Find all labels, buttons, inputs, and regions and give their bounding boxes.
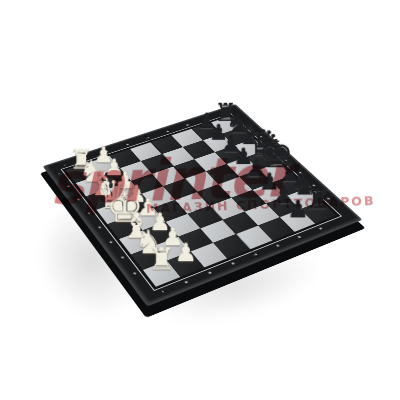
black-bishop-icon: ♝: [275, 155, 304, 185]
piece-black-rook: ♜: [202, 77, 250, 124]
white-pawn-icon: ♟: [94, 145, 114, 165]
white-rook-icon: ♜: [70, 149, 94, 173]
board-playfield: ♜♟♟♜♞♟♟♞♝♟♟♝♛♟♟♛♚♟♟♚♝♟♟♝♞♟♟♞♜♟♟♜: [61, 113, 342, 291]
black-rook-icon: ♜: [215, 102, 237, 125]
product-photo-scene: ♜♟♟♜♞♟♟♞♝♟♟♝♛♟♟♛♚♟♟♚♝♟♟♝♞♟♟♞♜♟♟♜: [0, 0, 400, 400]
board-frame: ♜♟♟♜♞♟♟♞♝♟♟♝♛♟♟♛♚♟♟♚♝♟♟♝♞♟♟♞♜♟♟♜: [45, 105, 359, 304]
chess-board: ♜♟♟♜♞♟♟♞♝♟♟♝♛♟♟♛♚♟♟♚♝♟♟♝♞♟♟♞♜♟♟♜: [43, 104, 363, 307]
board-grid: ♜♟♟♜♞♟♟♞♝♟♟♝♛♟♟♛♚♟♟♚♝♟♟♝♞♟♟♞♜♟♟♜: [66, 116, 337, 287]
square-f6: [231, 190, 266, 212]
